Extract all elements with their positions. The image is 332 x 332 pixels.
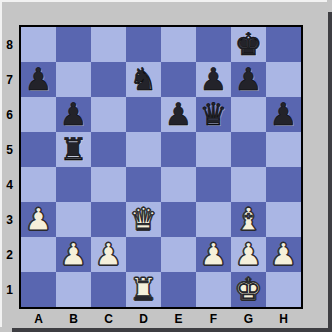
piece-black-knight-d7[interactable]: ♞ (130, 62, 158, 97)
square-d2[interactable] (126, 237, 161, 272)
square-a8[interactable] (21, 27, 56, 62)
rank-label-3: 3 (0, 202, 19, 237)
square-d1[interactable]: ♜ (126, 272, 161, 307)
square-c1[interactable] (91, 272, 126, 307)
square-f6[interactable]: ♛ (196, 97, 231, 132)
square-g7[interactable]: ♟ (231, 62, 266, 97)
square-g6[interactable] (231, 97, 266, 132)
square-f8[interactable] (196, 27, 231, 62)
square-a1[interactable] (21, 272, 56, 307)
square-e4[interactable] (161, 167, 196, 202)
square-g4[interactable] (231, 167, 266, 202)
square-h7[interactable] (266, 62, 301, 97)
rank-label-2: 2 (0, 237, 19, 272)
square-a3[interactable]: ♟ (21, 202, 56, 237)
piece-white-rook-d1[interactable]: ♜ (130, 272, 158, 307)
square-a2[interactable] (21, 237, 56, 272)
square-e1[interactable] (161, 272, 196, 307)
piece-white-pawn-h2[interactable]: ♟ (270, 237, 298, 272)
piece-black-pawn-e6[interactable]: ♟ (165, 97, 193, 132)
rank-label-5: 5 (0, 132, 19, 167)
square-h1[interactable] (266, 272, 301, 307)
piece-black-pawn-f7[interactable]: ♟ (200, 62, 228, 97)
square-f1[interactable] (196, 272, 231, 307)
rank-label-6: 6 (0, 97, 19, 132)
frame-highlight-top-edge (0, 0, 327, 2)
square-b1[interactable] (56, 272, 91, 307)
piece-white-pawn-b2[interactable]: ♟ (60, 237, 88, 272)
square-g2[interactable]: ♟ (231, 237, 266, 272)
square-f2[interactable]: ♟ (196, 237, 231, 272)
square-e5[interactable] (161, 132, 196, 167)
piece-white-king-g1[interactable]: ♚ (235, 272, 263, 307)
rank-label-1: 1 (0, 272, 19, 307)
file-labels: ABCDEFGH (21, 309, 301, 328)
square-g8[interactable]: ♚ (231, 27, 266, 62)
square-c2[interactable]: ♟ (91, 237, 126, 272)
frame-shadow-bottom-edge (12, 328, 332, 332)
frame-highlight-left-edge (0, 0, 2, 327)
square-f4[interactable] (196, 167, 231, 202)
square-b3[interactable] (56, 202, 91, 237)
rank-label-4: 4 (0, 167, 19, 202)
file-label-f: F (196, 309, 231, 328)
square-c7[interactable] (91, 62, 126, 97)
chess-board[interactable]: ♚♟♞♟♟♟♟♛♟♜♟♛♝♟♟♟♟♟♜♚ (19, 25, 303, 309)
piece-black-pawn-h6[interactable]: ♟ (270, 97, 298, 132)
piece-black-pawn-g7[interactable]: ♟ (235, 62, 263, 97)
frame-shadow-right-edge (328, 12, 332, 332)
square-c3[interactable] (91, 202, 126, 237)
piece-white-bishop-g3[interactable]: ♝ (235, 202, 263, 237)
square-e8[interactable] (161, 27, 196, 62)
square-b4[interactable] (56, 167, 91, 202)
piece-black-pawn-b6[interactable]: ♟ (60, 97, 88, 132)
square-h2[interactable]: ♟ (266, 237, 301, 272)
square-g3[interactable]: ♝ (231, 202, 266, 237)
rank-labels: 87654321 (0, 27, 19, 307)
square-b6[interactable]: ♟ (56, 97, 91, 132)
piece-white-queen-d3[interactable]: ♛ (130, 202, 158, 237)
file-label-a: A (21, 309, 56, 328)
square-g5[interactable] (231, 132, 266, 167)
piece-black-king-g8[interactable]: ♚ (235, 27, 263, 62)
square-d6[interactable] (126, 97, 161, 132)
square-a4[interactable] (21, 167, 56, 202)
piece-white-pawn-g2[interactable]: ♟ (235, 237, 263, 272)
square-h8[interactable] (266, 27, 301, 62)
piece-white-pawn-f2[interactable]: ♟ (200, 237, 228, 272)
square-f3[interactable] (196, 202, 231, 237)
square-h5[interactable] (266, 132, 301, 167)
file-label-h: H (266, 309, 301, 328)
square-e7[interactable] (161, 62, 196, 97)
square-c5[interactable] (91, 132, 126, 167)
square-c8[interactable] (91, 27, 126, 62)
square-d5[interactable] (126, 132, 161, 167)
square-c4[interactable] (91, 167, 126, 202)
rank-label-7: 7 (0, 62, 19, 97)
square-a7[interactable]: ♟ (21, 62, 56, 97)
square-a6[interactable] (21, 97, 56, 132)
square-h6[interactable]: ♟ (266, 97, 301, 132)
square-h3[interactable] (266, 202, 301, 237)
piece-black-pawn-a7[interactable]: ♟ (25, 62, 53, 97)
piece-white-pawn-c2[interactable]: ♟ (95, 237, 123, 272)
square-e2[interactable] (161, 237, 196, 272)
square-a5[interactable] (21, 132, 56, 167)
square-b7[interactable] (56, 62, 91, 97)
file-label-g: G (231, 309, 266, 328)
file-label-c: C (91, 309, 126, 328)
square-b5[interactable]: ♜ (56, 132, 91, 167)
square-c6[interactable] (91, 97, 126, 132)
square-d4[interactable] (126, 167, 161, 202)
file-label-e: E (161, 309, 196, 328)
square-e3[interactable] (161, 202, 196, 237)
square-g1[interactable]: ♚ (231, 272, 266, 307)
square-d3[interactable]: ♛ (126, 202, 161, 237)
square-d7[interactable]: ♞ (126, 62, 161, 97)
piece-black-rook-b5[interactable]: ♜ (60, 132, 88, 167)
square-b2[interactable]: ♟ (56, 237, 91, 272)
file-label-d: D (126, 309, 161, 328)
square-d8[interactable] (126, 27, 161, 62)
square-f5[interactable] (196, 132, 231, 167)
file-label-b: B (56, 309, 91, 328)
square-h4[interactable] (266, 167, 301, 202)
square-e6[interactable]: ♟ (161, 97, 196, 132)
piece-black-queen-f6[interactable]: ♛ (200, 97, 228, 132)
piece-white-pawn-a3[interactable]: ♟ (25, 202, 53, 237)
square-f7[interactable]: ♟ (196, 62, 231, 97)
square-b8[interactable] (56, 27, 91, 62)
board-frame: 87654321 ABCDEFGH ♚♟♞♟♟♟♟♛♟♜♟♛♝♟♟♟♟♟♜♚ (0, 0, 332, 332)
rank-label-8: 8 (0, 27, 19, 62)
